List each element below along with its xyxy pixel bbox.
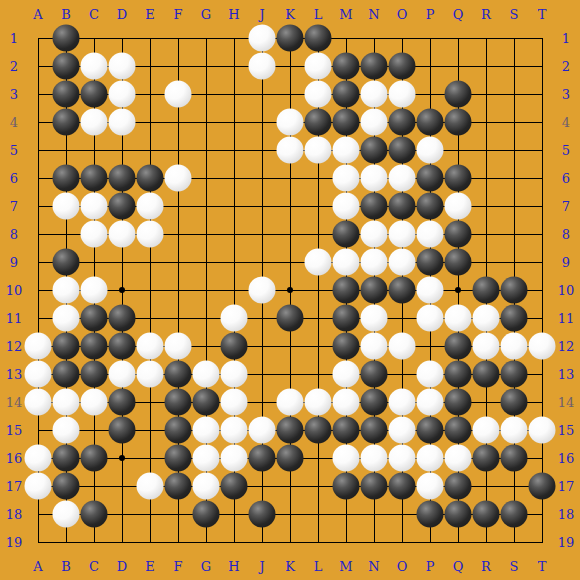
black-stone-D7[interactable] <box>109 193 136 220</box>
black-stone-B17[interactable] <box>53 473 80 500</box>
white-stone-L2[interactable] <box>305 53 332 80</box>
black-stone-P18[interactable] <box>417 501 444 528</box>
black-stone-F16[interactable] <box>165 445 192 472</box>
black-stone-O10[interactable] <box>389 277 416 304</box>
black-stone-K16[interactable] <box>277 445 304 472</box>
col-label-bottom-B: B <box>61 560 71 573</box>
row-label-right-14: 14 <box>558 396 575 409</box>
black-stone-D11[interactable] <box>109 305 136 332</box>
col-label-top-B: B <box>61 8 71 21</box>
row-label-left-12: 12 <box>6 340 23 353</box>
row-label-right-7: 7 <box>562 200 570 213</box>
black-stone-M10[interactable] <box>333 277 360 304</box>
black-stone-K11[interactable] <box>277 305 304 332</box>
white-stone-K4[interactable] <box>277 109 304 136</box>
white-stone-A13[interactable] <box>25 361 52 388</box>
white-stone-R12[interactable] <box>473 333 500 360</box>
black-stone-B12[interactable] <box>53 333 80 360</box>
white-stone-C4[interactable] <box>81 109 108 136</box>
col-label-bottom-K: K <box>285 560 295 573</box>
black-stone-P4[interactable] <box>417 109 444 136</box>
star-point-D16 <box>119 455 125 461</box>
col-label-bottom-E: E <box>145 560 155 573</box>
black-stone-B9[interactable] <box>53 249 80 276</box>
black-stone-C13[interactable] <box>81 361 108 388</box>
row-label-left-11: 11 <box>6 312 23 325</box>
black-stone-N13[interactable] <box>361 361 388 388</box>
black-stone-R10[interactable] <box>473 277 500 304</box>
black-stone-B4[interactable] <box>53 109 80 136</box>
black-stone-G14[interactable] <box>193 389 220 416</box>
black-stone-N10[interactable] <box>361 277 388 304</box>
white-stone-N9[interactable] <box>361 249 388 276</box>
col-label-top-H: H <box>228 8 239 21</box>
white-stone-D8[interactable] <box>109 221 136 248</box>
black-stone-M3[interactable] <box>333 81 360 108</box>
col-label-top-M: M <box>339 8 352 21</box>
star-point-D10 <box>119 287 125 293</box>
black-stone-R13[interactable] <box>473 361 500 388</box>
black-stone-P7[interactable] <box>417 193 444 220</box>
row-label-right-6: 6 <box>562 172 570 185</box>
white-stone-D13[interactable] <box>109 361 136 388</box>
row-label-right-13: 13 <box>558 368 575 381</box>
white-stone-N3[interactable] <box>361 81 388 108</box>
white-stone-Q7[interactable] <box>445 193 472 220</box>
white-stone-B7[interactable] <box>53 193 80 220</box>
black-stone-S10[interactable] <box>501 277 528 304</box>
white-stone-P17[interactable] <box>417 473 444 500</box>
black-stone-H12[interactable] <box>221 333 248 360</box>
col-label-top-P: P <box>426 8 435 21</box>
black-stone-Q3[interactable] <box>445 81 472 108</box>
white-stone-A16[interactable] <box>25 445 52 472</box>
black-stone-E6[interactable] <box>137 165 164 192</box>
white-stone-M16[interactable] <box>333 445 360 472</box>
black-stone-D15[interactable] <box>109 417 136 444</box>
black-stone-M2[interactable] <box>333 53 360 80</box>
row-label-left-14: 14 <box>6 396 23 409</box>
white-stone-T12[interactable] <box>529 333 556 360</box>
white-stone-J1[interactable] <box>249 25 276 52</box>
black-stone-C6[interactable] <box>81 165 108 192</box>
white-stone-O14[interactable] <box>389 389 416 416</box>
row-label-right-11: 11 <box>558 312 575 325</box>
white-stone-M9[interactable] <box>333 249 360 276</box>
black-stone-M12[interactable] <box>333 333 360 360</box>
black-stone-J16[interactable] <box>249 445 276 472</box>
black-stone-F17[interactable] <box>165 473 192 500</box>
black-stone-S11[interactable] <box>501 305 528 332</box>
row-label-left-19: 19 <box>6 536 23 549</box>
white-stone-R15[interactable] <box>473 417 500 444</box>
white-stone-H11[interactable] <box>221 305 248 332</box>
white-stone-O15[interactable] <box>389 417 416 444</box>
white-stone-S12[interactable] <box>501 333 528 360</box>
white-stone-M14[interactable] <box>333 389 360 416</box>
black-stone-B16[interactable] <box>53 445 80 472</box>
black-stone-Q17[interactable] <box>445 473 472 500</box>
white-stone-H14[interactable] <box>221 389 248 416</box>
row-label-left-1: 1 <box>10 32 18 45</box>
row-label-left-13: 13 <box>6 368 23 381</box>
col-label-bottom-C: C <box>89 560 99 573</box>
black-stone-Q15[interactable] <box>445 417 472 444</box>
black-stone-L15[interactable] <box>305 417 332 444</box>
row-label-right-4: 4 <box>562 116 570 129</box>
black-stone-Q6[interactable] <box>445 165 472 192</box>
black-stone-S14[interactable] <box>501 389 528 416</box>
black-stone-O7[interactable] <box>389 193 416 220</box>
white-stone-L5[interactable] <box>305 137 332 164</box>
white-stone-L3[interactable] <box>305 81 332 108</box>
row-label-right-3: 3 <box>562 88 570 101</box>
white-stone-N11[interactable] <box>361 305 388 332</box>
white-stone-E13[interactable] <box>137 361 164 388</box>
black-stone-D12[interactable] <box>109 333 136 360</box>
white-stone-P5[interactable] <box>417 137 444 164</box>
black-stone-B6[interactable] <box>53 165 80 192</box>
white-stone-P14[interactable] <box>417 389 444 416</box>
white-stone-H15[interactable] <box>221 417 248 444</box>
white-stone-O3[interactable] <box>389 81 416 108</box>
black-stone-B3[interactable] <box>53 81 80 108</box>
row-label-right-17: 17 <box>558 480 575 493</box>
row-label-right-10: 10 <box>558 284 575 297</box>
row-label-left-8: 8 <box>10 228 18 241</box>
white-stone-M5[interactable] <box>333 137 360 164</box>
col-label-top-L: L <box>314 8 323 21</box>
col-label-bottom-T: T <box>538 560 547 573</box>
white-stone-C10[interactable] <box>81 277 108 304</box>
row-label-left-15: 15 <box>6 424 23 437</box>
white-stone-T15[interactable] <box>529 417 556 444</box>
row-label-left-18: 18 <box>6 508 23 521</box>
col-label-top-Q: Q <box>453 8 464 21</box>
col-label-bottom-O: O <box>397 560 408 573</box>
row-label-left-5: 5 <box>10 144 18 157</box>
white-stone-O8[interactable] <box>389 221 416 248</box>
white-stone-P13[interactable] <box>417 361 444 388</box>
white-stone-C8[interactable] <box>81 221 108 248</box>
black-stone-P15[interactable] <box>417 417 444 444</box>
black-stone-M4[interactable] <box>333 109 360 136</box>
black-stone-Q13[interactable] <box>445 361 472 388</box>
white-stone-G15[interactable] <box>193 417 220 444</box>
white-stone-B15[interactable] <box>53 417 80 444</box>
row-label-left-16: 16 <box>6 452 23 465</box>
row-label-right-8: 8 <box>562 228 570 241</box>
col-label-bottom-S: S <box>510 560 519 573</box>
white-stone-N16[interactable] <box>361 445 388 472</box>
row-label-right-15: 15 <box>558 424 575 437</box>
col-label-top-J: J <box>259 8 264 21</box>
white-stone-F3[interactable] <box>165 81 192 108</box>
row-label-right-16: 16 <box>558 452 575 465</box>
black-stone-N17[interactable] <box>361 473 388 500</box>
row-label-left-9: 9 <box>10 256 18 269</box>
black-stone-C12[interactable] <box>81 333 108 360</box>
white-stone-E7[interactable] <box>137 193 164 220</box>
white-stone-O16[interactable] <box>389 445 416 472</box>
black-stone-L1[interactable] <box>305 25 332 52</box>
white-stone-J15[interactable] <box>249 417 276 444</box>
black-stone-C16[interactable] <box>81 445 108 472</box>
col-label-bottom-M: M <box>339 560 352 573</box>
row-label-right-19: 19 <box>558 536 575 549</box>
black-stone-N14[interactable] <box>361 389 388 416</box>
black-stone-O2[interactable] <box>389 53 416 80</box>
row-label-left-2: 2 <box>10 60 18 73</box>
black-stone-T17[interactable] <box>529 473 556 500</box>
white-stone-N12[interactable] <box>361 333 388 360</box>
black-stone-Q18[interactable] <box>445 501 472 528</box>
black-stone-S13[interactable] <box>501 361 528 388</box>
row-label-left-3: 3 <box>10 88 18 101</box>
col-label-top-G: G <box>201 8 211 21</box>
white-stone-Q11[interactable] <box>445 305 472 332</box>
white-stone-O12[interactable] <box>389 333 416 360</box>
white-stone-G17[interactable] <box>193 473 220 500</box>
col-label-top-D: D <box>117 8 127 21</box>
black-stone-F15[interactable] <box>165 417 192 444</box>
white-stone-J10[interactable] <box>249 277 276 304</box>
black-stone-M15[interactable] <box>333 417 360 444</box>
black-stone-K1[interactable] <box>277 25 304 52</box>
black-stone-R16[interactable] <box>473 445 500 472</box>
black-stone-Q12[interactable] <box>445 333 472 360</box>
col-label-top-F: F <box>173 8 182 21</box>
black-stone-L4[interactable] <box>305 109 332 136</box>
row-label-left-6: 6 <box>10 172 18 185</box>
black-stone-Q8[interactable] <box>445 221 472 248</box>
row-label-right-9: 9 <box>562 256 570 269</box>
black-stone-M8[interactable] <box>333 221 360 248</box>
white-stone-M13[interactable] <box>333 361 360 388</box>
black-stone-M17[interactable] <box>333 473 360 500</box>
row-label-left-10: 10 <box>6 284 23 297</box>
white-stone-H13[interactable] <box>221 361 248 388</box>
col-label-bottom-A: A <box>33 560 42 573</box>
white-stone-L14[interactable] <box>305 389 332 416</box>
col-label-bottom-H: H <box>228 560 239 573</box>
black-stone-B1[interactable] <box>53 25 80 52</box>
white-stone-B10[interactable] <box>53 277 80 304</box>
black-stone-Q14[interactable] <box>445 389 472 416</box>
black-stone-O17[interactable] <box>389 473 416 500</box>
row-label-right-5: 5 <box>562 144 570 157</box>
black-stone-G18[interactable] <box>193 501 220 528</box>
white-stone-N8[interactable] <box>361 221 388 248</box>
row-label-right-2: 2 <box>562 60 570 73</box>
black-stone-B13[interactable] <box>53 361 80 388</box>
white-stone-D3[interactable] <box>109 81 136 108</box>
black-stone-M11[interactable] <box>333 305 360 332</box>
col-label-bottom-Q: Q <box>453 560 464 573</box>
black-stone-B2[interactable] <box>53 53 80 80</box>
black-stone-Q4[interactable] <box>445 109 472 136</box>
black-stone-Q9[interactable] <box>445 249 472 276</box>
white-stone-H16[interactable] <box>221 445 248 472</box>
black-stone-F13[interactable] <box>165 361 192 388</box>
white-stone-C2[interactable] <box>81 53 108 80</box>
black-stone-N15[interactable] <box>361 417 388 444</box>
white-stone-E12[interactable] <box>137 333 164 360</box>
white-stone-B18[interactable] <box>53 501 80 528</box>
white-stone-E8[interactable] <box>137 221 164 248</box>
black-stone-C3[interactable] <box>81 81 108 108</box>
black-stone-N2[interactable] <box>361 53 388 80</box>
col-label-bottom-P: P <box>426 560 435 573</box>
row-label-right-18: 18 <box>558 508 575 521</box>
black-stone-C18[interactable] <box>81 501 108 528</box>
black-stone-J18[interactable] <box>249 501 276 528</box>
col-label-top-C: C <box>89 8 99 21</box>
white-stone-N6[interactable] <box>361 165 388 192</box>
row-label-right-1: 1 <box>562 32 570 45</box>
star-point-K10 <box>287 287 293 293</box>
white-stone-M6[interactable] <box>333 165 360 192</box>
white-stone-F12[interactable] <box>165 333 192 360</box>
white-stone-P8[interactable] <box>417 221 444 248</box>
black-stone-N5[interactable] <box>361 137 388 164</box>
white-stone-P16[interactable] <box>417 445 444 472</box>
col-label-top-A: A <box>33 8 42 21</box>
col-label-bottom-R: R <box>481 560 491 573</box>
white-stone-B14[interactable] <box>53 389 80 416</box>
black-stone-D14[interactable] <box>109 389 136 416</box>
col-label-top-E: E <box>145 8 155 21</box>
black-stone-H17[interactable] <box>221 473 248 500</box>
black-stone-S16[interactable] <box>501 445 528 472</box>
black-stone-F14[interactable] <box>165 389 192 416</box>
col-label-top-T: T <box>538 8 547 21</box>
row-label-left-17: 17 <box>6 480 23 493</box>
white-stone-Q16[interactable] <box>445 445 472 472</box>
white-stone-D4[interactable] <box>109 109 136 136</box>
white-stone-C7[interactable] <box>81 193 108 220</box>
white-stone-D2[interactable] <box>109 53 136 80</box>
black-stone-N7[interactable] <box>361 193 388 220</box>
black-stone-D6[interactable] <box>109 165 136 192</box>
white-stone-A17[interactable] <box>25 473 52 500</box>
white-stone-A12[interactable] <box>25 333 52 360</box>
star-point-Q10 <box>455 287 461 293</box>
black-stone-P9[interactable] <box>417 249 444 276</box>
col-label-bottom-J: J <box>259 560 264 573</box>
white-stone-F6[interactable] <box>165 165 192 192</box>
black-stone-C11[interactable] <box>81 305 108 332</box>
white-stone-N4[interactable] <box>361 109 388 136</box>
col-label-top-N: N <box>368 8 379 21</box>
col-label-top-R: R <box>481 8 491 21</box>
black-stone-S18[interactable] <box>501 501 528 528</box>
black-stone-O5[interactable] <box>389 137 416 164</box>
white-stone-K5[interactable] <box>277 137 304 164</box>
col-label-bottom-G: G <box>201 560 211 573</box>
black-stone-R18[interactable] <box>473 501 500 528</box>
white-stone-B11[interactable] <box>53 305 80 332</box>
col-label-top-O: O <box>397 8 408 21</box>
white-stone-J2[interactable] <box>249 53 276 80</box>
white-stone-O9[interactable] <box>389 249 416 276</box>
white-stone-R11[interactable] <box>473 305 500 332</box>
col-label-top-S: S <box>510 8 519 21</box>
white-stone-G13[interactable] <box>193 361 220 388</box>
col-label-bottom-D: D <box>117 560 127 573</box>
col-label-bottom-F: F <box>173 560 182 573</box>
row-label-right-12: 12 <box>558 340 575 353</box>
white-stone-L9[interactable] <box>305 249 332 276</box>
white-stone-M7[interactable] <box>333 193 360 220</box>
col-label-top-K: K <box>285 8 295 21</box>
goban[interactable]: AABBCCDDEEFFGGHHJJKKLLMMNNOOPPQQRRSSTT11… <box>0 0 580 580</box>
white-stone-S15[interactable] <box>501 417 528 444</box>
row-label-left-4: 4 <box>10 116 18 129</box>
col-label-bottom-N: N <box>368 560 379 573</box>
white-stone-K14[interactable] <box>277 389 304 416</box>
white-stone-O6[interactable] <box>389 165 416 192</box>
black-stone-K15[interactable] <box>277 417 304 444</box>
white-stone-G16[interactable] <box>193 445 220 472</box>
col-label-bottom-L: L <box>314 560 323 573</box>
black-stone-P6[interactable] <box>417 165 444 192</box>
white-stone-C14[interactable] <box>81 389 108 416</box>
black-stone-O4[interactable] <box>389 109 416 136</box>
row-label-left-7: 7 <box>10 200 18 213</box>
white-stone-P10[interactable] <box>417 277 444 304</box>
white-stone-A14[interactable] <box>25 389 52 416</box>
white-stone-P11[interactable] <box>417 305 444 332</box>
white-stone-E17[interactable] <box>137 473 164 500</box>
